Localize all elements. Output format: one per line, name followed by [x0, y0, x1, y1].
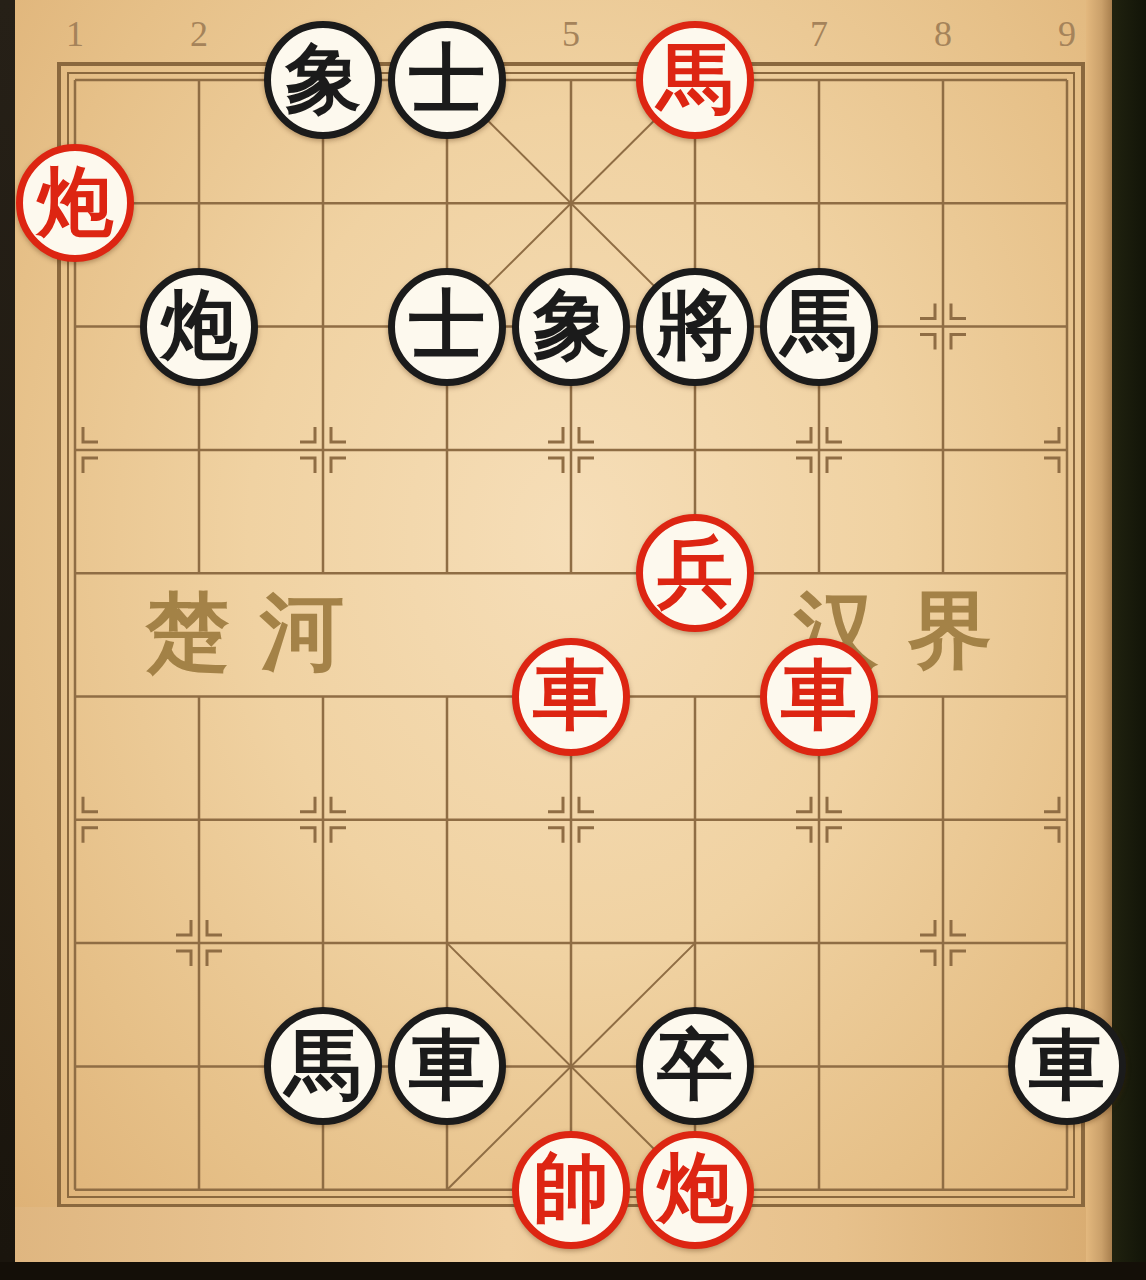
piece-glyph: 兵 [657, 534, 733, 610]
file-label-top-5: 5 [562, 14, 580, 54]
piece-black-advisor[interactable]: 士 [388, 21, 506, 139]
piece-glyph: 象 [285, 41, 361, 117]
piece-glyph: 象 [533, 287, 609, 363]
piece-glyph: 馬 [285, 1027, 361, 1103]
piece-glyph: 車 [781, 657, 857, 733]
piece-glyph: 炮 [161, 287, 237, 363]
file-label-top-8: 8 [934, 14, 952, 54]
piece-glyph: 車 [533, 657, 609, 733]
river-text-left: 楚河 [146, 586, 374, 678]
piece-glyph: 馬 [657, 41, 733, 117]
piece-glyph: 炮 [37, 164, 113, 240]
piece-glyph: 士 [409, 41, 485, 117]
piece-black-advisor[interactable]: 士 [388, 268, 506, 386]
piece-glyph: 將 [657, 287, 733, 363]
piece-black-chariot[interactable]: 車 [388, 1007, 506, 1125]
file-label-top-2: 2 [190, 14, 208, 54]
screen-edge-left [0, 0, 15, 1262]
piece-black-chariot[interactable]: 車 [1008, 1007, 1126, 1125]
screen-edge-bottom [0, 1262, 1146, 1280]
piece-black-elephant[interactable]: 象 [512, 268, 630, 386]
file-label-top-7: 7 [810, 14, 828, 54]
piece-glyph: 卒 [657, 1027, 733, 1103]
file-label-top-9: 9 [1058, 14, 1076, 54]
xiangqi-board: 楚河 汉界 1 2 3 4 5 6 7 8 9 九 八 七 六 五 四 三 二 … [0, 0, 1146, 1280]
file-label-top-1: 1 [66, 14, 84, 54]
piece-black-elephant[interactable]: 象 [264, 21, 382, 139]
piece-red-general[interactable]: 帥 [512, 1131, 630, 1249]
piece-glyph: 馬 [781, 287, 857, 363]
piece-black-soldier[interactable]: 卒 [636, 1007, 754, 1125]
piece-red-horse[interactable]: 馬 [636, 21, 754, 139]
piece-glyph: 車 [1029, 1027, 1105, 1103]
piece-red-soldier[interactable]: 兵 [636, 514, 754, 632]
piece-red-cannon[interactable]: 炮 [636, 1131, 754, 1249]
piece-black-cannon[interactable]: 炮 [140, 268, 258, 386]
piece-glyph: 帥 [533, 1150, 609, 1226]
piece-glyph: 炮 [657, 1150, 733, 1226]
piece-black-general[interactable]: 將 [636, 268, 754, 386]
piece-glyph: 士 [409, 287, 485, 363]
piece-red-cannon[interactable]: 炮 [16, 144, 134, 262]
piece-black-horse[interactable]: 馬 [760, 268, 878, 386]
piece-black-horse[interactable]: 馬 [264, 1007, 382, 1125]
piece-glyph: 車 [409, 1027, 485, 1103]
piece-red-chariot[interactable]: 車 [512, 638, 630, 756]
piece-red-chariot[interactable]: 車 [760, 638, 878, 756]
